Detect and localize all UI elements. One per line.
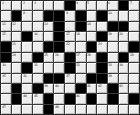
clue-number: 15 <box>2 32 6 35</box>
cell-r4c11[interactable]: 19 <box>108 32 118 41</box>
cell-r10c1[interactable] <box>1 94 11 103</box>
cell-r10c10[interactable] <box>97 94 107 103</box>
clue-number: 23 <box>98 42 102 45</box>
cell-r11c11[interactable] <box>108 105 118 114</box>
cell-r11c13[interactable] <box>129 105 139 114</box>
black-cell-r10c11 <box>108 94 118 103</box>
clue-number: 42 <box>98 84 102 87</box>
cell-r5c3[interactable] <box>22 42 32 51</box>
clue-number: 7 <box>130 1 132 4</box>
cell-r6c3[interactable] <box>22 53 32 62</box>
black-cell-r4c3 <box>22 32 32 41</box>
black-cell-r3c12 <box>119 22 129 31</box>
cell-r7c8[interactable]: 32 <box>76 63 86 72</box>
clue-number: 22 <box>66 42 70 45</box>
cell-r5c2[interactable]: 21 <box>12 42 22 51</box>
black-cell-r2c2 <box>12 11 22 20</box>
clue-number: 3 <box>34 1 36 4</box>
cell-r3c4[interactable] <box>33 22 43 31</box>
cell-r8c7[interactable]: 37 <box>65 74 75 83</box>
clue-number: 27 <box>76 53 80 56</box>
cell-r2c7[interactable]: 9 <box>65 11 75 20</box>
cell-r10c12[interactable] <box>119 94 129 103</box>
cell-r2c11[interactable]: 10 <box>108 11 118 20</box>
cell-r7c1[interactable]: 30 <box>1 63 11 72</box>
black-cell-r1c7 <box>65 1 75 10</box>
cell-r10c4[interactable]: 45 <box>33 94 43 103</box>
cell-r11c12[interactable] <box>119 105 129 114</box>
black-cell-r8c6 <box>54 74 64 83</box>
clue-number: 17 <box>66 32 70 35</box>
cell-r5c11[interactable] <box>108 42 118 51</box>
clue-number: 20 <box>119 32 123 35</box>
black-cell-r10c5 <box>44 94 54 103</box>
clue-number: 46 <box>76 94 80 97</box>
cell-r1c8[interactable]: 4 <box>76 1 86 10</box>
clue-number: 24 <box>12 53 16 56</box>
cell-r9c3[interactable] <box>22 84 32 93</box>
cell-r5c4[interactable] <box>33 42 43 51</box>
cell-r9c12[interactable]: 43 <box>119 84 129 93</box>
black-cell-r5c5 <box>44 42 54 51</box>
black-cell-r3c6 <box>54 22 64 31</box>
cell-r3c10[interactable] <box>97 22 107 31</box>
cell-r3c9[interactable]: 14 <box>87 22 97 31</box>
cell-r1c6[interactable] <box>54 1 64 10</box>
black-cell-r10c13 <box>129 94 139 103</box>
black-cell-r2c6 <box>54 11 64 20</box>
clue-number: 1 <box>2 1 4 4</box>
cell-r11c2[interactable] <box>12 105 22 114</box>
black-cell-r2c8 <box>76 11 86 20</box>
clue-number: 35 <box>2 74 6 77</box>
clue-number: 36 <box>23 74 27 77</box>
cell-r4c2[interactable] <box>12 32 22 41</box>
clue-number: 30 <box>2 63 6 66</box>
black-cell-r5c9 <box>87 42 97 51</box>
clue-number: 12 <box>12 22 16 25</box>
cell-r5c10[interactable]: 23 <box>97 42 107 51</box>
clue-number: 38 <box>108 74 112 77</box>
cell-r4c1[interactable]: 15 <box>1 32 11 41</box>
black-cell-r9c4 <box>33 84 43 93</box>
cell-r1c11[interactable]: 6 <box>108 1 118 10</box>
clue-number: 47 <box>2 105 6 108</box>
cell-r9c10[interactable]: 42 <box>97 84 107 93</box>
clue-number: 19 <box>108 32 112 35</box>
clue-number: 28 <box>87 53 91 56</box>
clue-number: 44 <box>23 94 27 97</box>
cell-r4c9[interactable] <box>87 32 97 41</box>
clue-number: 26 <box>55 53 59 56</box>
cell-r8c2[interactable] <box>12 74 22 83</box>
clue-number: 34 <box>119 63 123 66</box>
clue-number: 9 <box>66 11 68 14</box>
clue-number: 6 <box>108 1 110 4</box>
cell-r4c13[interactable] <box>129 32 139 41</box>
black-cell-r3c8 <box>76 22 86 31</box>
clue-number: 13 <box>44 22 48 25</box>
cell-r11c4[interactable] <box>33 105 43 114</box>
cell-r6c2[interactable]: 24 <box>12 53 22 62</box>
cell-r8c11[interactable]: 38 <box>108 74 118 83</box>
cell-r1c4[interactable]: 3 <box>33 1 43 10</box>
black-cell-r7c7 <box>65 63 75 72</box>
cell-r11c3[interactable] <box>22 105 32 114</box>
cell-r4c8[interactable]: 18 <box>76 32 86 41</box>
cell-r11c7[interactable] <box>65 105 75 114</box>
black-cell-r10c7 <box>65 94 75 103</box>
clue-number: 18 <box>76 32 80 35</box>
clue-number: 5 <box>87 1 89 4</box>
cell-r3c13[interactable] <box>129 22 139 31</box>
cell-r11c8[interactable] <box>76 105 86 114</box>
cell-r7c4[interactable]: 31 <box>33 63 43 72</box>
black-cell-r6c1 <box>1 53 11 62</box>
cell-r9c6[interactable]: 40 <box>54 84 64 93</box>
clue-number: 10 <box>108 11 112 14</box>
clue-number: 4 <box>76 1 78 4</box>
black-cell-r2c5 <box>44 11 54 20</box>
black-cell-r1c12 <box>119 1 129 10</box>
cell-r10c8[interactable]: 46 <box>76 94 86 103</box>
cell-r7c13[interactable] <box>129 63 139 72</box>
cell-r9c1[interactable] <box>1 84 11 93</box>
cell-r5c8[interactable] <box>76 42 86 51</box>
cell-r6c13[interactable]: 29 <box>129 53 139 62</box>
cell-r7c11[interactable]: 33 <box>108 63 118 72</box>
cell-r8c1[interactable]: 35 <box>1 74 11 83</box>
cell-r1c1[interactable]: 1 <box>1 1 11 10</box>
cell-r1c2[interactable] <box>12 1 22 10</box>
cell-r9c7[interactable] <box>65 84 75 93</box>
black-cell-r5c1 <box>1 42 11 51</box>
black-cell-r5c6 <box>54 42 64 51</box>
cell-r9c9[interactable]: 41 <box>87 84 97 93</box>
clue-number: 33 <box>108 63 112 66</box>
black-cell-r9c2 <box>12 84 22 93</box>
clue-number: 43 <box>119 84 123 87</box>
cell-r2c4[interactable] <box>33 11 43 20</box>
cell-r6c11[interactable] <box>108 53 118 62</box>
clue-number: 39 <box>44 84 48 87</box>
black-cell-r10c9 <box>87 94 97 103</box>
cell-r3c2[interactable]: 12 <box>12 22 22 31</box>
cell-r7c6[interactable] <box>54 63 64 72</box>
black-cell-r10c2 <box>12 94 22 103</box>
crossword-board: 1234567891011121314151617181920212223242… <box>0 0 140 115</box>
clue-number: 21 <box>12 42 16 45</box>
cell-r1c5[interactable] <box>44 1 54 10</box>
cell-r11c10[interactable] <box>97 105 107 114</box>
black-cell-r8c9 <box>87 74 97 83</box>
cell-r7c2[interactable] <box>12 63 22 72</box>
cell-r8c8[interactable] <box>76 74 86 83</box>
clue-number: 8 <box>23 11 25 14</box>
cell-r2c1[interactable] <box>1 11 11 20</box>
cell-r2c13[interactable] <box>129 11 139 20</box>
black-cell-r2c10 <box>97 11 107 20</box>
clue-number: 29 <box>130 53 134 56</box>
cell-r8c3[interactable]: 36 <box>22 74 32 83</box>
cell-r8c4[interactable] <box>33 74 43 83</box>
cell-r7c12[interactable]: 34 <box>119 63 129 72</box>
black-cell-r8c10 <box>97 74 107 83</box>
cell-r4c7[interactable]: 17 <box>65 32 75 41</box>
black-cell-r6c4 <box>33 53 43 62</box>
black-cell-r6c10 <box>97 53 107 62</box>
cell-r1c13[interactable]: 7 <box>129 1 139 10</box>
cell-r6c8[interactable]: 27 <box>76 53 86 62</box>
clue-number: 40 <box>55 84 59 87</box>
clue-number: 48 <box>55 105 59 108</box>
cell-r11c1[interactable]: 47 <box>1 105 11 114</box>
clue-number: 25 <box>44 53 48 56</box>
black-cell-r9c8 <box>76 84 86 93</box>
cell-r2c9[interactable] <box>87 11 97 20</box>
cell-r4c4[interactable]: 16 <box>33 32 43 41</box>
black-cell-r4c10 <box>97 32 107 41</box>
cell-r6c6[interactable]: 26 <box>54 53 64 62</box>
black-cell-r4c6 <box>54 32 64 41</box>
clue-number: 45 <box>34 94 38 97</box>
clue-number: 32 <box>76 63 80 66</box>
cell-r8c13[interactable] <box>129 74 139 83</box>
black-cell-r5c13 <box>129 42 139 51</box>
cell-r11c9[interactable] <box>87 105 97 114</box>
cell-r3c5[interactable]: 13 <box>44 22 54 31</box>
clue-number: 11 <box>2 22 6 25</box>
cell-r4c5[interactable] <box>44 32 54 41</box>
black-cell-r11c5 <box>44 105 54 114</box>
clue-number: 31 <box>34 63 38 66</box>
clue-number: 2 <box>23 1 25 4</box>
clue-number: 41 <box>87 84 91 87</box>
black-cell-r6c7 <box>65 53 75 62</box>
cell-r1c10[interactable] <box>97 1 107 10</box>
cell-r11c6[interactable]: 48 <box>54 105 64 114</box>
black-cell-r7c10 <box>97 63 107 72</box>
cell-r2c12[interactable] <box>119 11 129 20</box>
cell-r8c12[interactable] <box>119 74 129 83</box>
cell-r6c9[interactable]: 28 <box>87 53 97 62</box>
clue-number: 37 <box>66 74 70 77</box>
cell-r3c7[interactable] <box>65 22 75 31</box>
cell-r4c12[interactable]: 20 <box>119 32 129 41</box>
black-cell-r6c12 <box>119 53 129 62</box>
cell-r3c1[interactable]: 11 <box>1 22 11 31</box>
cell-r9c5[interactable]: 39 <box>44 84 54 93</box>
black-cell-r8c5 <box>44 74 54 83</box>
cell-r1c3[interactable]: 2 <box>22 1 32 10</box>
cell-r1c9[interactable]: 5 <box>87 1 97 10</box>
cell-r9c13[interactable] <box>129 84 139 93</box>
black-cell-r3c11 <box>108 22 118 31</box>
cell-r7c9[interactable] <box>87 63 97 72</box>
black-cell-r9c11 <box>108 84 118 93</box>
clue-number: 14 <box>87 22 91 25</box>
cell-r5c12[interactable] <box>119 42 129 51</box>
cell-r7c5[interactable] <box>44 63 54 72</box>
cell-r6c5[interactable]: 25 <box>44 53 54 62</box>
black-cell-r7c3 <box>22 63 32 72</box>
cell-r5c7[interactable]: 22 <box>65 42 75 51</box>
cell-r10c3[interactable]: 44 <box>22 94 32 103</box>
cell-r3c3[interactable] <box>22 22 32 31</box>
cell-r2c3[interactable]: 8 <box>22 11 32 20</box>
cell-r10c6[interactable] <box>54 94 64 103</box>
clue-number: 16 <box>34 32 38 35</box>
